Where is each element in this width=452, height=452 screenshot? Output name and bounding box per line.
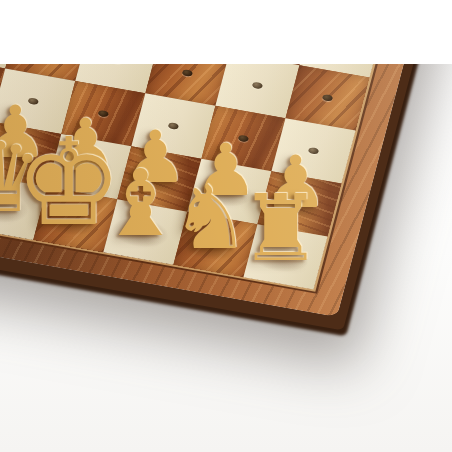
peg-hole-h4 bbox=[322, 94, 334, 102]
white-rook-h1: ♜ bbox=[239, 183, 322, 275]
white-bishop-f1: ♝ bbox=[99, 158, 182, 250]
square-h1: ♜ bbox=[243, 224, 327, 289]
background-crop-band bbox=[0, 0, 452, 64]
peg-hole-g4 bbox=[252, 82, 264, 90]
product-photo: ♟♟♟♟♟♛♚♝♞♜ bbox=[0, 0, 452, 452]
peg-hole-f4 bbox=[182, 69, 194, 77]
